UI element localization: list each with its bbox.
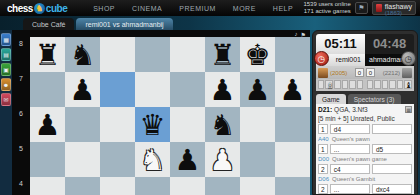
- black-rating: (2212): [383, 70, 400, 76]
- black-move[interactable]: [372, 124, 412, 134]
- nav-help[interactable]: HELP: [273, 5, 293, 12]
- rank-label-8: 8: [12, 37, 30, 72]
- square-b7[interactable]: ♟: [65, 72, 100, 107]
- white-captured-slot: ♗: [325, 80, 333, 89]
- square-f6[interactable]: ♞: [205, 107, 240, 142]
- square-a7[interactable]: [30, 72, 65, 107]
- square-b6[interactable]: [65, 107, 100, 142]
- black-score: 0: [366, 68, 375, 77]
- eco-name: Queen's Gambit: [332, 176, 375, 182]
- piece-black-king-g8: ♚: [240, 37, 275, 72]
- white-rating: (2005): [330, 70, 347, 76]
- nav-cinema[interactable]: CINEMA: [132, 5, 162, 12]
- square-g8[interactable]: ♚: [240, 37, 275, 72]
- square-c4[interactable]: [100, 177, 135, 195]
- white-captured-slot: [349, 80, 355, 89]
- friends-button[interactable]: ☻: [1, 78, 11, 91]
- eco-code: D00: [318, 156, 329, 162]
- square-c5[interactable]: [100, 142, 135, 177]
- white-avatar: [318, 68, 328, 78]
- piece-black-rook-a8: ♜: [30, 37, 65, 72]
- square-g4[interactable]: [240, 177, 275, 195]
- square-c6[interactable]: [100, 107, 135, 142]
- eco-code: A40: [318, 136, 329, 142]
- piece-black-knight-b8: ♞: [65, 37, 100, 72]
- square-c8[interactable]: [100, 37, 135, 72]
- game-info: [5 min + 5] Unrated, Public: [318, 115, 412, 122]
- square-f7[interactable]: ♟: [205, 72, 240, 107]
- square-f5[interactable]: ♟: [205, 142, 240, 177]
- white-clock-icon: ◷: [314, 51, 329, 66]
- square-d8[interactable]: [135, 37, 170, 72]
- eco-row: A40Queen's pawn: [318, 136, 412, 142]
- square-e6[interactable]: [170, 107, 205, 142]
- move-row: 1...d5: [318, 144, 412, 154]
- board-window: ♪ ⚑ 87654 ♜♞♜♚♟♟♟♟♟♛♞♞♟♟: [12, 30, 310, 195]
- black-captured-slot: [397, 80, 403, 89]
- square-h5[interactable]: [275, 142, 310, 177]
- white-move[interactable]: d4: [330, 124, 370, 134]
- piece-black-rook-f8: ♜: [205, 37, 240, 72]
- move-list-panel: D21: QGA, 3.Nf3 ▦ [5 min + 5] Unrated, P…: [316, 104, 414, 195]
- piece-black-pawn-e5: ♟: [170, 142, 205, 177]
- move-number: 1: [318, 144, 328, 154]
- opening-code: D21:: [318, 106, 332, 113]
- move-number: 1: [318, 124, 328, 134]
- piece-white-pawn-f5: ♟: [205, 142, 240, 177]
- piece-black-pawn-g7: ♟: [240, 72, 275, 107]
- rank-labels: 87654: [12, 37, 30, 195]
- square-a4[interactable]: [30, 177, 65, 195]
- main-nav: SHOPCINEMAPREMIUMMOREHELP: [93, 5, 293, 12]
- user-rating: (1863): [385, 10, 412, 16]
- black-captured-slot: [374, 80, 380, 89]
- knight-logo-icon: ♞: [34, 3, 45, 14]
- tab-current-game[interactable]: remi001 vs ahmadmanbij: [76, 18, 172, 30]
- square-h8[interactable]: [275, 37, 310, 72]
- rank-label-4: 4: [12, 177, 30, 195]
- square-a5[interactable]: [30, 142, 65, 177]
- mini-board-icon[interactable]: ▦: [405, 106, 412, 113]
- eco-name: Queen's pawn game: [332, 156, 387, 162]
- logo-text-cube: cube: [46, 3, 67, 14]
- main-area: ▦▤▣☻✉ ♪ ⚑ 87654 ♜♞♜♚♟♟♟♟♟♛♞♞♟♟ 05:11 04:…: [0, 30, 420, 195]
- move-number: 2: [318, 184, 328, 194]
- chat-button[interactable]: ✉: [1, 93, 11, 106]
- puzzles-button[interactable]: ▤: [1, 48, 11, 61]
- nav-more[interactable]: MORE: [233, 5, 256, 12]
- nav-premium[interactable]: PREMIUM: [179, 5, 216, 12]
- square-b5[interactable]: [65, 142, 100, 177]
- clocks: 05:11 04:48: [316, 34, 414, 54]
- white-move[interactable]: ...: [330, 184, 370, 194]
- tab-game[interactable]: Game: [316, 94, 346, 104]
- ratings-row: (2005) 0 0 (2212): [316, 66, 414, 79]
- top-bar: chess ♞ cube SHOPCINEMAPREMIUMMOREHELP 1…: [0, 0, 420, 16]
- player-names: ◷ remi001 ahmadmanbij ◷: [316, 54, 414, 66]
- chess-board: ♜♞♜♚♟♟♟♟♟♛♞♞♟♟: [30, 37, 310, 195]
- square-d6[interactable]: ♛: [135, 107, 170, 142]
- square-g7[interactable]: ♟: [240, 72, 275, 107]
- username: flashawy: [385, 3, 412, 10]
- rank-label-5: 5: [12, 142, 30, 177]
- captured-black-bishop: ♝: [405, 81, 412, 90]
- user-menu[interactable]: flashawy (1863): [372, 1, 416, 15]
- left-sidebar: ▦▤▣☻✉: [0, 30, 12, 195]
- eco-code: D06: [318, 176, 329, 182]
- square-b4[interactable]: [65, 177, 100, 195]
- piece-black-pawn-h7: ♟: [275, 72, 310, 107]
- black-clock-icon: ◷: [401, 51, 416, 66]
- square-e5[interactable]: ♟: [170, 142, 205, 177]
- user-status-icon: [376, 4, 382, 12]
- square-e7[interactable]: [170, 72, 205, 107]
- piece-black-pawn-b7: ♟: [65, 72, 100, 107]
- active-games-count: 171 active games: [303, 8, 350, 15]
- tab-bar: Cube Café remi001 vs ahmadmanbij: [0, 16, 420, 30]
- square-h4[interactable]: [275, 177, 310, 195]
- piece-black-queen-d6: ♛: [135, 107, 170, 142]
- white-captured-slot: [334, 80, 340, 89]
- square-a8[interactable]: ♜: [30, 37, 65, 72]
- piece-black-pawn-a6: ♟: [30, 107, 65, 142]
- square-h6[interactable]: [275, 107, 310, 142]
- square-g6[interactable]: [240, 107, 275, 142]
- white-move[interactable]: ...: [330, 144, 370, 154]
- piece-white-knight-d5: ♞: [135, 142, 170, 177]
- move-row: 2...dxc4: [318, 184, 412, 194]
- tab-cube-cafe[interactable]: Cube Café: [23, 18, 74, 30]
- play-button[interactable]: ▦: [1, 33, 11, 46]
- white-captured-slot: [342, 80, 348, 89]
- square-d5[interactable]: ♞: [135, 142, 170, 177]
- users-online-count: 1539 users online: [303, 1, 350, 8]
- square-e4[interactable]: [170, 177, 205, 195]
- logo-text-chess: chess: [7, 3, 33, 14]
- black-captured-slot: [382, 80, 388, 89]
- square-e8[interactable]: [170, 37, 205, 72]
- rank-label-6: 6: [12, 107, 30, 142]
- white-score: 0: [355, 68, 364, 77]
- panel-tabs: Game Spectators (3): [316, 93, 414, 104]
- piece-black-pawn-f7: ♟: [205, 72, 240, 107]
- square-a6[interactable]: ♟: [30, 107, 65, 142]
- eco-row: D00Queen's pawn game: [318, 156, 412, 162]
- move-number: 2: [318, 164, 328, 174]
- black-captured-slot: [367, 80, 373, 89]
- white-captured-slot: [357, 80, 363, 89]
- black-move[interactable]: dxc4: [372, 184, 412, 194]
- black-move[interactable]: d5: [372, 144, 412, 154]
- square-g5[interactable]: [240, 142, 275, 177]
- square-c7[interactable]: [100, 72, 135, 107]
- captured-pieces-trays: ♗♝: [316, 79, 414, 91]
- piece-black-knight-f6: ♞: [205, 107, 240, 142]
- white-captured-slot: [318, 80, 324, 89]
- server-stats: 1539 users online 171 active games: [303, 1, 350, 15]
- game-panel: 05:11 04:48 ◷ remi001 ahmadmanbij ◷ (200…: [312, 30, 418, 195]
- tab-spectators[interactable]: Spectators (3): [348, 94, 401, 104]
- nav-shop[interactable]: SHOP: [93, 5, 115, 12]
- cinema-button[interactable]: ▣: [1, 63, 11, 76]
- move-row: 1d4: [318, 124, 412, 134]
- black-captured-slot: [389, 80, 395, 89]
- chesscube-logo[interactable]: chess ♞ cube: [7, 3, 67, 14]
- black-captured-slot: ♝: [404, 80, 412, 89]
- square-b8[interactable]: ♞: [65, 37, 100, 72]
- square-f4[interactable]: [205, 177, 240, 195]
- square-f8[interactable]: ♜: [205, 37, 240, 72]
- move-list: 1d4A40Queen's pawn1...d5D00Queen's pawn …: [318, 124, 412, 195]
- chesscube-app: chess ♞ cube SHOPCINEMAPREMIUMMOREHELP 1…: [0, 0, 420, 195]
- opening-name: QGA, 3.Nf3: [334, 106, 368, 113]
- square-d7[interactable]: [135, 72, 170, 107]
- square-h7[interactable]: ♟: [275, 72, 310, 107]
- square-d4[interactable]: [135, 177, 170, 195]
- black-avatar: [402, 68, 412, 78]
- black-move[interactable]: [372, 164, 412, 174]
- flag-icon[interactable]: ⚑: [355, 2, 368, 14]
- rank-label-7: 7: [12, 72, 30, 107]
- eco-name: Queen's pawn: [332, 136, 370, 142]
- white-move[interactable]: c4: [330, 164, 370, 174]
- captured-white-bishop: ♗: [326, 81, 333, 90]
- move-row: 2c4: [318, 164, 412, 174]
- eco-row: D06Queen's Gambit: [318, 176, 412, 182]
